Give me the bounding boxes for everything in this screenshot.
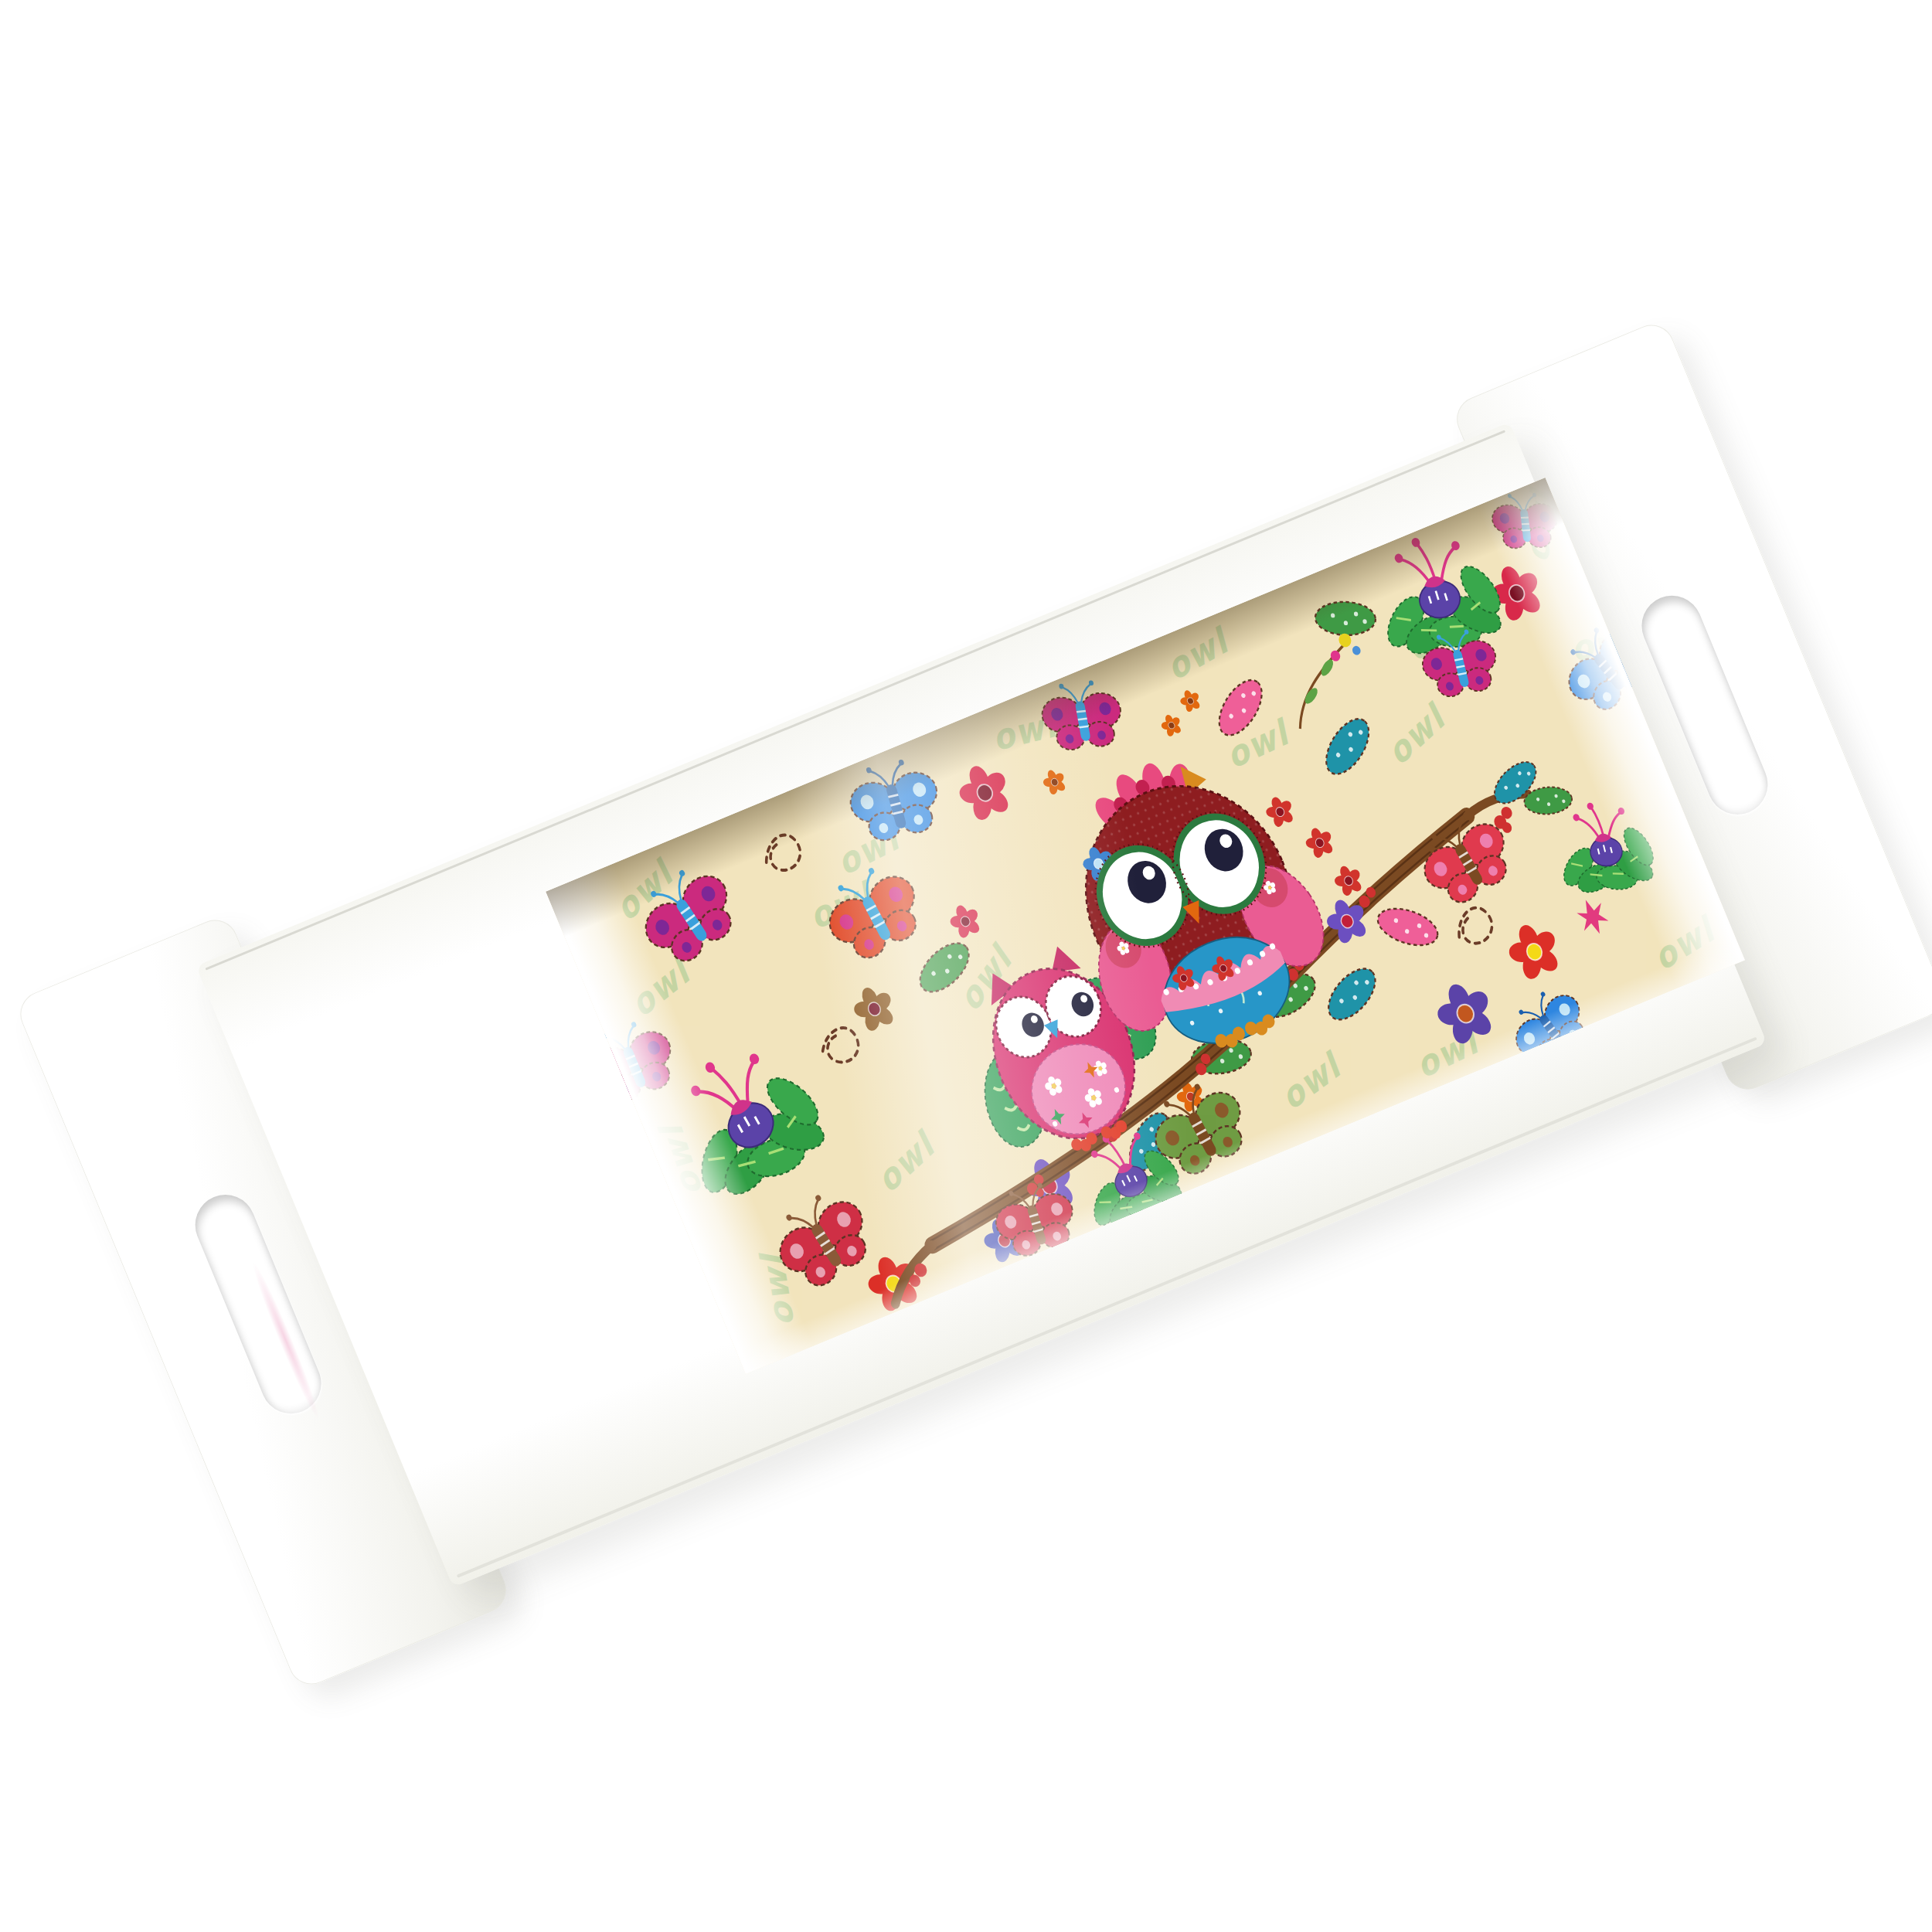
tray-well: owl owl owl owl owl owl owl owl owl owl … [546, 478, 1745, 1374]
tray-body: owl owl owl owl owl owl owl owl owl owl … [196, 422, 1767, 1587]
scene: owl owl owl owl owl owl owl owl owl owl … [0, 0, 1932, 1932]
owl-pattern-art: owl owl owl owl owl owl owl owl owl owl … [546, 478, 1745, 1374]
serving-tray: owl owl owl owl owl owl owl owl owl owl … [32, 354, 1931, 1655]
